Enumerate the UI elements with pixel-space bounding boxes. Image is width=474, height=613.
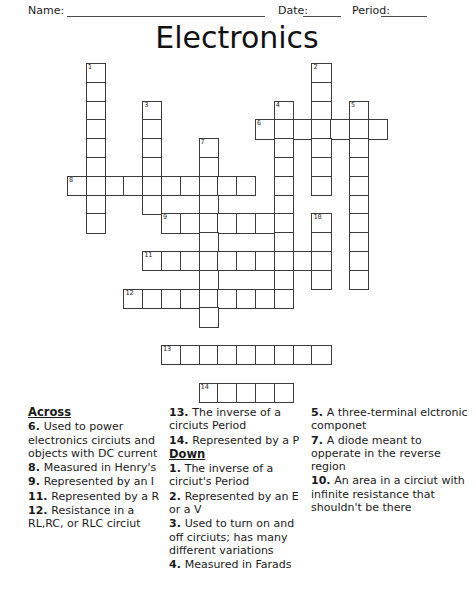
- grid-cell-r12c12[interactable]: [274, 270, 294, 290]
- grid-cell-r13c9[interactable]: [217, 289, 237, 309]
- clue-num-label: 7.: [311, 434, 327, 447]
- grid-cell-r16c13[interactable]: [293, 345, 313, 365]
- grid-cell-r7c4[interactable]: [123, 176, 143, 196]
- grid-cell-r16c11[interactable]: [255, 345, 275, 365]
- clue-a6: 6. Used to power electronics circiuts an…: [28, 420, 169, 460]
- grid-cell-r6c16[interactable]: [349, 157, 369, 177]
- grid-cell-r7c3[interactable]: [105, 176, 125, 196]
- across-heading: Across: [28, 406, 169, 419]
- grid-cell-r11c13[interactable]: [293, 251, 313, 271]
- grid-cell-r11c16[interactable]: [349, 251, 369, 271]
- clue-num-label: 3.: [169, 517, 185, 530]
- clue-number-2: 2: [313, 64, 317, 71]
- grid-cell-r8c12[interactable]: [274, 195, 294, 215]
- grid-cell-r10c8[interactable]: [199, 232, 219, 252]
- grid-cell-r9c8[interactable]: [199, 213, 219, 233]
- clue-d7: 7. A diode meant to opperate in the reve…: [311, 434, 469, 474]
- grid-cell-r1c2[interactable]: 1: [86, 63, 106, 83]
- clue-number-13: 13: [163, 346, 171, 353]
- grid-cell-r8c16[interactable]: [349, 195, 369, 215]
- grid-cell-r7c10[interactable]: [236, 176, 256, 196]
- clue-num-label: 12.: [28, 504, 51, 517]
- grid-cell-r7c1[interactable]: 8: [67, 176, 87, 196]
- grid-cell-r11c14[interactable]: [311, 251, 331, 271]
- grid-cell-r11c8[interactable]: [199, 251, 219, 271]
- clue-a9: 9. Represented by an I: [28, 475, 169, 488]
- clue-a12: 12. Resistance in a RL,RC, or RLC circiu…: [28, 504, 169, 531]
- grid-cell-r18c9[interactable]: [217, 383, 237, 403]
- grid-cell-r5c8[interactable]: 7: [199, 138, 219, 158]
- clue-number-1: 1: [88, 64, 92, 71]
- grid-cell-r10c12[interactable]: [274, 232, 294, 252]
- clue-a14: 14. Represented by a P: [169, 434, 312, 447]
- clue-number-10: 10: [313, 214, 321, 221]
- clue-number-5: 5: [351, 102, 355, 109]
- period-blank-line[interactable]: [381, 15, 427, 17]
- clue-number-9: 9: [163, 214, 167, 221]
- worksheet-page: Name: Date: Period: Electronics 12345678…: [0, 0, 474, 613]
- grid-cell-r7c16[interactable]: [349, 176, 369, 196]
- grid-cell-r3c12[interactable]: 4: [274, 101, 294, 121]
- grid-cell-r8c2[interactable]: [86, 195, 106, 215]
- grid-cell-r9c12[interactable]: [274, 213, 294, 233]
- date-blank-line[interactable]: [303, 15, 341, 17]
- grid-cell-r3c14[interactable]: [311, 101, 331, 121]
- clue-a13: 13. The inverse of a circiuts Period: [169, 406, 312, 433]
- grid-cell-r3c16[interactable]: 5: [349, 101, 369, 121]
- clue-a11: 11. Represented by a R: [28, 490, 169, 503]
- grid-cell-r5c2[interactable]: [86, 138, 106, 158]
- grid-cell-r6c12[interactable]: [274, 157, 294, 177]
- grid-cell-r4c13[interactable]: [293, 119, 313, 139]
- clue-d2: 2. Represented by an E or a V: [169, 490, 312, 517]
- grid-cell-r2c2[interactable]: [86, 82, 106, 102]
- grid-cell-r18c12[interactable]: [274, 383, 294, 403]
- grid-cell-r9c9[interactable]: [217, 213, 237, 233]
- name-blank-line[interactable]: [67, 15, 265, 17]
- grid-cell-r12c16[interactable]: [349, 270, 369, 290]
- clue-num-label: 6.: [28, 420, 44, 433]
- grid-cell-r13c8[interactable]: [199, 289, 219, 309]
- grid-cell-r11c10[interactable]: [236, 251, 256, 271]
- down-heading: Down: [169, 448, 312, 461]
- clue-number-7: 7: [201, 139, 205, 146]
- grid-cell-r4c12[interactable]: [274, 119, 294, 139]
- grid-cell-r6c2[interactable]: [86, 157, 106, 177]
- grid-cell-r9c10[interactable]: [236, 213, 256, 233]
- grid-cell-r7c12[interactable]: [274, 176, 294, 196]
- grid-cell-r7c6[interactable]: [161, 176, 181, 196]
- clue-number-4: 4: [276, 102, 280, 109]
- grid-cell-r13c4[interactable]: 12: [123, 289, 143, 309]
- grid-cell-r18c10[interactable]: [236, 383, 256, 403]
- grid-cell-r4c2[interactable]: [86, 119, 106, 139]
- grid-cell-r7c2[interactable]: [86, 176, 106, 196]
- grid-cell-r4c16[interactable]: [349, 119, 369, 139]
- grid-cell-r7c5[interactable]: [142, 176, 162, 196]
- clue-num-label: 8.: [28, 461, 44, 474]
- name-label: Name:: [28, 4, 64, 17]
- grid-cell-r9c7[interactable]: [180, 213, 200, 233]
- grid-cell-r7c7[interactable]: [180, 176, 200, 196]
- grid-cell-r12c14[interactable]: [311, 270, 331, 290]
- grid-cell-r13c6[interactable]: [161, 289, 181, 309]
- grid-cell-r18c8[interactable]: 14: [199, 383, 219, 403]
- clue-num-label: 13.: [169, 406, 192, 419]
- clue-a8: 8. Measured in Henry's: [28, 461, 169, 474]
- grid-cell-r5c14[interactable]: [311, 138, 331, 158]
- clue-number-3: 3: [144, 102, 148, 109]
- grid-cell-r9c11[interactable]: [255, 213, 275, 233]
- clue-number-12: 12: [125, 290, 133, 297]
- clue-num-label: 4.: [169, 558, 185, 571]
- grid-cell-r9c2[interactable]: [86, 213, 106, 233]
- clue-d4: 4. Measured in Farads: [169, 558, 312, 571]
- clue-number-14: 14: [201, 384, 209, 391]
- clue-d10: 10. An area in a circiut with infinite r…: [311, 474, 469, 514]
- grid-cell-r16c8[interactable]: [199, 345, 219, 365]
- grid-cell-r2c14[interactable]: [311, 82, 331, 102]
- grid-cell-r9c14[interactable]: 10: [311, 213, 331, 233]
- grid-cell-r7c14[interactable]: [311, 176, 331, 196]
- grid-cell-r16c12[interactable]: [274, 345, 294, 365]
- grid-cell-r11c5[interactable]: 11: [142, 251, 162, 271]
- puzzle-title: Electronics: [0, 20, 474, 55]
- grid-cell-r5c16[interactable]: [349, 138, 369, 158]
- grid-cell-r1c14[interactable]: 2: [311, 63, 331, 83]
- grid-cell-r11c7[interactable]: [180, 251, 200, 271]
- clue-num-label: 5.: [311, 406, 327, 419]
- grid-cell-r16c14[interactable]: [311, 345, 331, 365]
- clue-number-11: 11: [144, 252, 152, 259]
- grid-cell-r16c7[interactable]: [180, 345, 200, 365]
- crossword-grid: 1234567891011121314: [67, 63, 388, 403]
- grid-cell-r12c8[interactable]: [199, 270, 219, 290]
- grid-cell-r5c12[interactable]: [274, 138, 294, 158]
- grid-cell-r9c6[interactable]: 9: [161, 213, 181, 233]
- grid-cell-r11c11[interactable]: [255, 251, 275, 271]
- grid-cell-r4c14[interactable]: [311, 119, 331, 139]
- grid-cell-r18c11[interactable]: [255, 383, 275, 403]
- grid-cell-r11c12[interactable]: [274, 251, 294, 271]
- grid-cell-r6c5[interactable]: [142, 157, 162, 177]
- clue-d1: 1. The inverse of a circiut's Period: [169, 462, 312, 489]
- grid-cell-r6c8[interactable]: [199, 157, 219, 177]
- grid-cell-r3c2[interactable]: [86, 101, 106, 121]
- grid-cell-r7c9[interactable]: [217, 176, 237, 196]
- grid-cell-r13c7[interactable]: [180, 289, 200, 309]
- grid-cell-r4c17[interactable]: [368, 119, 388, 139]
- grid-cell-r13c10[interactable]: [236, 289, 256, 309]
- clue-d5: 5. A three-terminal elctronic componet: [311, 406, 469, 433]
- grid-cell-r11c6[interactable]: [161, 251, 181, 271]
- grid-cell-r7c8[interactable]: [199, 176, 219, 196]
- grid-cell-r11c9[interactable]: [217, 251, 237, 271]
- clue-column-1: Across6. Used to power electronics circi…: [28, 406, 169, 532]
- clue-number-8: 8: [69, 177, 73, 184]
- clue-num-label: 14.: [169, 434, 192, 447]
- grid-cell-r13c11[interactable]: [255, 289, 275, 309]
- grid-cell-r4c5[interactable]: [142, 119, 162, 139]
- grid-cell-r13c12[interactable]: [274, 289, 294, 309]
- grid-cell-r6c14[interactable]: [311, 157, 331, 177]
- grid-cell-r10c14[interactable]: [311, 232, 331, 252]
- grid-cell-r3c5[interactable]: 3: [142, 101, 162, 121]
- clue-num-label: 10.: [311, 474, 334, 487]
- grid-cell-r10c16[interactable]: [349, 232, 369, 252]
- grid-cell-r4c15[interactable]: [330, 119, 350, 139]
- grid-cell-r4c11[interactable]: 6: [255, 119, 275, 139]
- clue-number-6: 6: [257, 120, 261, 127]
- clue-column-2: 13. The inverse of a circiuts Period14. …: [169, 406, 312, 573]
- grid-cell-r9c16[interactable]: [349, 213, 369, 233]
- clue-num-label: 2.: [169, 490, 185, 503]
- grid-cell-r14c8[interactable]: [199, 307, 219, 327]
- grid-cell-r16c6[interactable]: 13: [161, 345, 181, 365]
- grid-cell-r5c5[interactable]: [142, 138, 162, 158]
- clue-d3: 3. Used to turn on and off circiuts; has…: [169, 517, 312, 557]
- clue-num-label: 1.: [169, 462, 185, 475]
- clue-num-label: 9.: [28, 475, 44, 488]
- clue-column-3: 5. A three-terminal elctronic componet7.…: [311, 406, 469, 515]
- grid-cell-r8c5[interactable]: [142, 195, 162, 215]
- clue-num-label: 11.: [28, 490, 51, 503]
- grid-cell-r16c10[interactable]: [236, 345, 256, 365]
- grid-cell-r13c5[interactable]: [142, 289, 162, 309]
- grid-cell-r8c8[interactable]: [199, 195, 219, 215]
- grid-cell-r16c9[interactable]: [217, 345, 237, 365]
